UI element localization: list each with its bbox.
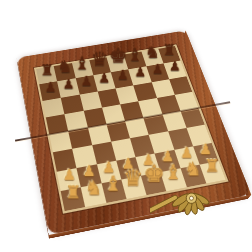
r-glyph: ♜ xyxy=(57,185,90,202)
brass-clasp-icon xyxy=(150,178,230,236)
clasp-fan xyxy=(169,189,211,218)
p-glyph: ♟ xyxy=(36,80,65,94)
r-glyph: ♜ xyxy=(33,63,61,78)
